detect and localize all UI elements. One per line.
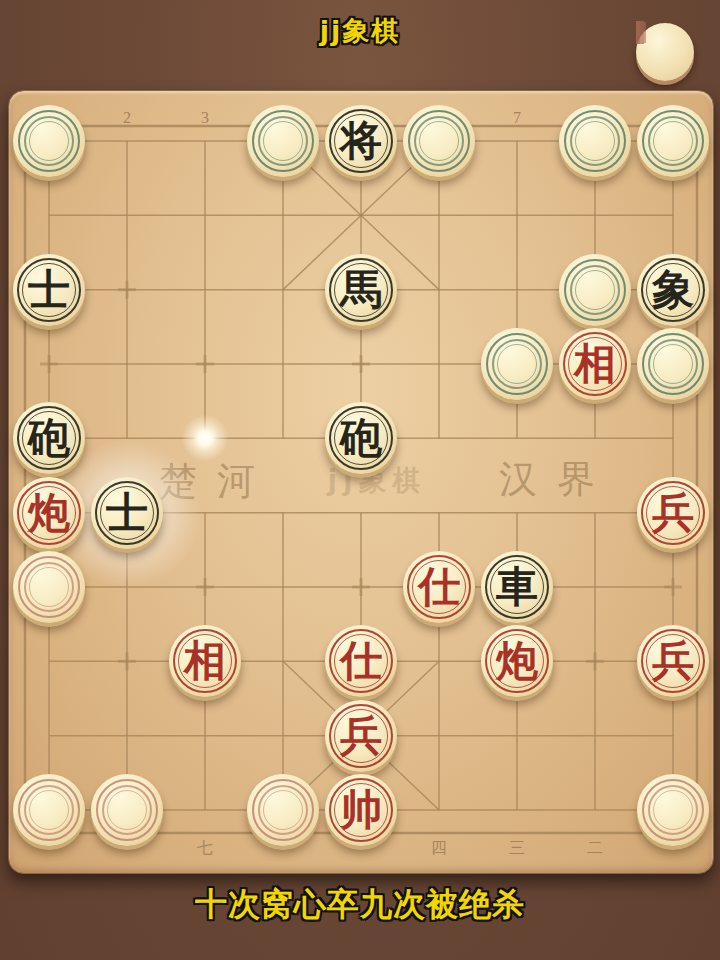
file-label-top-2: 2: [123, 109, 131, 127]
piece-black-cannon[interactable]: 砲: [325, 402, 397, 474]
piece-black-elephant[interactable]: 象: [637, 254, 709, 326]
file-label-top-3: 3: [201, 109, 209, 127]
piece-glyph: 兵: [637, 477, 709, 549]
piece-red-pawn[interactable]: 兵: [637, 477, 709, 549]
piece-black-cannon[interactable]: 砲: [13, 402, 85, 474]
piece-glyph: 将: [325, 105, 397, 177]
piece-glyph: 砲: [325, 402, 397, 474]
piece-black-general[interactable]: 将: [325, 105, 397, 177]
piece-glyph: 兵: [637, 625, 709, 697]
file-label-bottom-三: 三: [509, 838, 525, 859]
piece-hidden-red[interactable]: [91, 774, 163, 846]
app-title: jj象棋: [0, 13, 720, 49]
piece-glyph: 車: [481, 551, 553, 623]
piece-black-advisor[interactable]: 士: [91, 477, 163, 549]
piece-glyph: 仕: [403, 551, 475, 623]
hidden-piece-back-corner[interactable]: [636, 23, 694, 81]
piece-hidden-red[interactable]: [247, 774, 319, 846]
piece-glyph: 士: [91, 477, 163, 549]
piece-red-advisor[interactable]: 仕: [403, 551, 475, 623]
piece-glyph: 兵: [325, 700, 397, 772]
piece-glyph: 炮: [13, 477, 85, 549]
piece-red-general[interactable]: 帅: [325, 774, 397, 846]
piece-red-cannon[interactable]: 炮: [481, 625, 553, 697]
piece-glyph: 士: [13, 254, 85, 326]
piece-red-elephant[interactable]: 相: [559, 328, 631, 400]
xiangqi-board[interactable]: 楚河汉界jj象棋237七四三二 将士馬象相砲砲炮士兵仕車相仕炮兵兵帅: [8, 90, 714, 874]
piece-hidden-black[interactable]: [13, 105, 85, 177]
piece-glyph: 馬: [325, 254, 397, 326]
piece-red-cannon[interactable]: 炮: [13, 477, 85, 549]
piece-glyph: 象: [637, 254, 709, 326]
piece-glyph: 帅: [325, 774, 397, 846]
file-label-bottom-二: 二: [587, 838, 603, 859]
piece-hidden-red[interactable]: [637, 774, 709, 846]
piece-glyph: 砲: [13, 402, 85, 474]
piece-hidden-black[interactable]: [481, 328, 553, 400]
app-window: jj象棋 楚河汉界jj象棋237七四三二 将士馬象相砲砲炮士兵仕車相仕炮兵兵帅 …: [0, 0, 720, 960]
piece-hidden-black[interactable]: [403, 105, 475, 177]
piece-black-advisor[interactable]: 士: [13, 254, 85, 326]
piece-hidden-black[interactable]: [559, 105, 631, 177]
piece-glyph: 相: [559, 328, 631, 400]
piece-red-pawn[interactable]: 兵: [325, 700, 397, 772]
piece-black-chariot[interactable]: 車: [481, 551, 553, 623]
piece-red-pawn[interactable]: 兵: [637, 625, 709, 697]
piece-hidden-black[interactable]: [637, 105, 709, 177]
piece-hidden-black[interactable]: [637, 328, 709, 400]
river-text-right: 汉界: [479, 454, 615, 505]
file-label-bottom-四: 四: [431, 838, 447, 859]
piece-hidden-black[interactable]: [247, 105, 319, 177]
piece-red-advisor[interactable]: 仕: [325, 625, 397, 697]
piece-hidden-red[interactable]: [13, 551, 85, 623]
piece-glyph: 仕: [325, 625, 397, 697]
piece-red-elephant[interactable]: 相: [169, 625, 241, 697]
piece-hidden-red[interactable]: [13, 774, 85, 846]
file-label-top-7: 7: [513, 109, 521, 127]
piece-glyph: 相: [169, 625, 241, 697]
piece-black-horse[interactable]: 馬: [325, 254, 397, 326]
file-label-bottom-七: 七: [197, 838, 213, 859]
piece-hidden-black[interactable]: [559, 254, 631, 326]
piece-glyph: 炮: [481, 625, 553, 697]
video-caption: 十次窝心卒九次被绝杀: [0, 883, 720, 927]
